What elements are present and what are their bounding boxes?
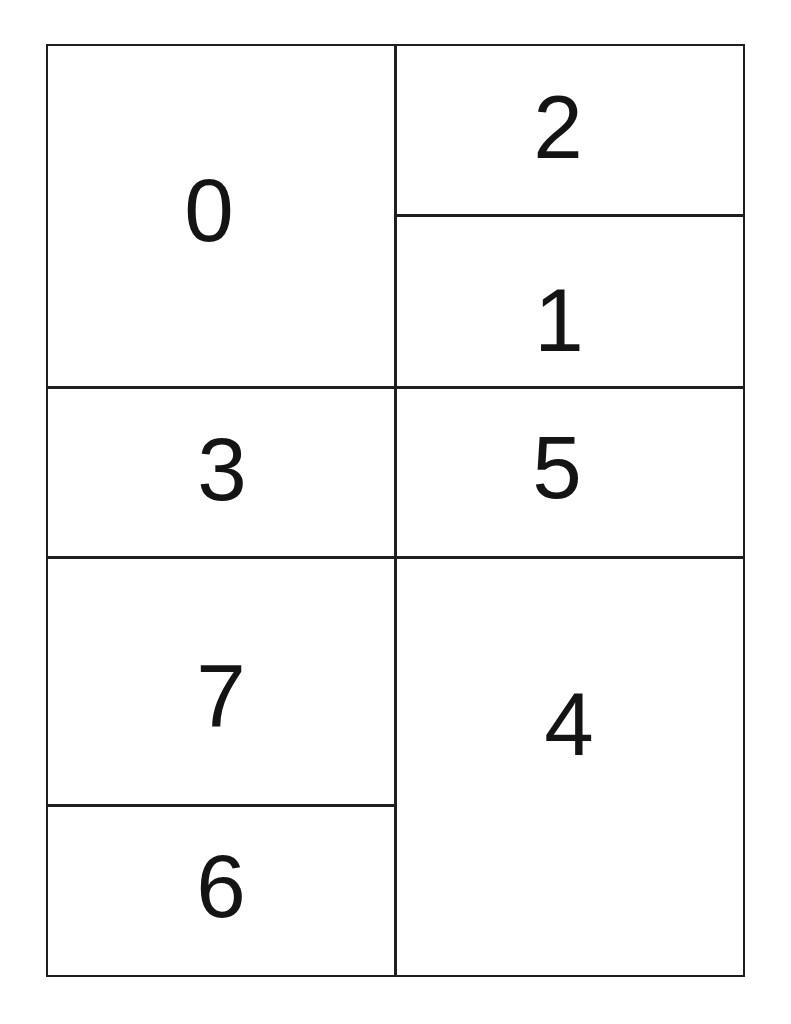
flashcard-cell-0: 0 (48, 46, 394, 386)
digit-5: 5 (532, 423, 582, 512)
flashcard-cell-5: 5 (397, 389, 743, 556)
flashcard-cell-7: 7 (48, 559, 394, 804)
flashcard-cell-2: 2 (397, 46, 743, 214)
flashcard-cell-6: 6 (48, 807, 394, 975)
digit-3: 3 (197, 425, 247, 514)
digit-7: 7 (196, 652, 246, 741)
flashcard-page: 0 2 1 3 5 7 4 6 (0, 0, 791, 1024)
digit-6: 6 (196, 842, 246, 931)
flashcard-cell-4: 4 (397, 559, 743, 975)
digit-0: 0 (184, 166, 234, 255)
digit-1: 1 (534, 276, 584, 365)
flashcard-cell-3: 3 (48, 389, 394, 556)
digit-2: 2 (533, 83, 583, 172)
flashcard-cell-1: 1 (397, 217, 743, 386)
flashcard-grid: 0 2 1 3 5 7 4 6 (46, 44, 745, 977)
digit-4: 4 (544, 680, 594, 769)
